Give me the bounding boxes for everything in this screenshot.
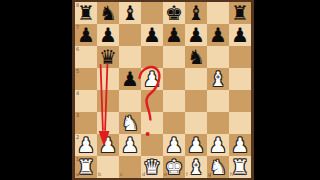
rank-label-5: 5 xyxy=(76,69,79,74)
square-f2[interactable]: ♟ xyxy=(185,134,207,156)
square-g7[interactable]: ♟ xyxy=(207,24,229,46)
square-d6[interactable] xyxy=(141,46,163,68)
square-g6[interactable] xyxy=(207,46,229,68)
square-d2[interactable] xyxy=(141,134,163,156)
square-h8[interactable]: ♜ xyxy=(229,2,251,24)
square-c7[interactable] xyxy=(119,24,141,46)
black-king: ♚ xyxy=(163,2,185,24)
file-label-g: g xyxy=(208,172,211,177)
white-knight: ♞ xyxy=(119,112,141,134)
square-a2[interactable]: 2♟ xyxy=(75,134,97,156)
black-bishop: ♝ xyxy=(185,2,207,24)
square-d5[interactable]: ♟ xyxy=(141,68,163,90)
square-g3[interactable] xyxy=(207,112,229,134)
square-h7[interactable]: ♟ xyxy=(229,24,251,46)
square-f7[interactable]: ♟ xyxy=(185,24,207,46)
square-h5[interactable] xyxy=(229,68,251,90)
black-pawn: ♟ xyxy=(207,24,229,46)
square-d1[interactable]: d♛ xyxy=(141,156,163,178)
square-f5[interactable] xyxy=(185,68,207,90)
square-a7[interactable]: 7♟ xyxy=(75,24,97,46)
square-a3[interactable]: 3 xyxy=(75,112,97,134)
square-b4[interactable] xyxy=(97,90,119,112)
square-d7[interactable]: ♟ xyxy=(141,24,163,46)
file-label-a: a xyxy=(76,172,79,177)
black-pawn: ♟ xyxy=(185,24,207,46)
black-pawn: ♟ xyxy=(97,24,119,46)
rank-label-1: 1 xyxy=(76,157,79,162)
file-label-c: c xyxy=(120,172,123,177)
square-g4[interactable] xyxy=(207,90,229,112)
square-b6[interactable]: ♛ xyxy=(97,46,119,68)
rank-label-8: 8 xyxy=(76,3,79,8)
square-f1[interactable]: f♝ xyxy=(185,156,207,178)
file-label-b: b xyxy=(98,172,101,177)
square-g8[interactable] xyxy=(207,2,229,24)
square-e6[interactable] xyxy=(163,46,185,68)
file-label-f: f xyxy=(186,172,188,177)
black-knight: ♞ xyxy=(97,2,119,24)
rank-label-3: 3 xyxy=(76,113,79,118)
chess-board-frame: 8♜♞♝♚♝♜7♟♟♟♟♟♟♟6♛♞5♟♟♝43♞2♟♟♟♟♟♟♟1a♜bcd♛… xyxy=(72,0,254,180)
black-rook: ♜ xyxy=(229,2,251,24)
square-c8[interactable]: ♝ xyxy=(119,2,141,24)
white-pawn: ♟ xyxy=(75,134,97,156)
square-a8[interactable]: 8♜ xyxy=(75,2,97,24)
square-g2[interactable]: ♟ xyxy=(207,134,229,156)
black-bishop: ♝ xyxy=(119,2,141,24)
file-label-e: e xyxy=(164,172,167,177)
square-b2[interactable]: ♟ xyxy=(97,134,119,156)
square-c6[interactable] xyxy=(119,46,141,68)
square-h6[interactable] xyxy=(229,46,251,68)
black-pawn: ♟ xyxy=(163,24,185,46)
square-e3[interactable] xyxy=(163,112,185,134)
square-g1[interactable]: g♞ xyxy=(207,156,229,178)
white-pawn: ♟ xyxy=(229,134,251,156)
square-g5[interactable]: ♝ xyxy=(207,68,229,90)
white-king: ♚ xyxy=(163,156,185,178)
square-f8[interactable]: ♝ xyxy=(185,2,207,24)
square-b1[interactable]: b xyxy=(97,156,119,178)
square-f6[interactable]: ♞ xyxy=(185,46,207,68)
white-pawn: ♟ xyxy=(185,134,207,156)
square-c3[interactable]: ♞ xyxy=(119,112,141,134)
square-b7[interactable]: ♟ xyxy=(97,24,119,46)
square-a1[interactable]: 1a♜ xyxy=(75,156,97,178)
square-h1[interactable]: h♜ xyxy=(229,156,251,178)
white-pawn: ♟ xyxy=(119,134,141,156)
square-f4[interactable] xyxy=(185,90,207,112)
white-pawn: ♟ xyxy=(163,134,185,156)
square-h3[interactable] xyxy=(229,112,251,134)
black-knight: ♞ xyxy=(185,46,207,68)
file-label-h: h xyxy=(230,172,233,177)
rank-label-4: 4 xyxy=(76,91,79,96)
square-a6[interactable]: 6 xyxy=(75,46,97,68)
square-a4[interactable]: 4 xyxy=(75,90,97,112)
rank-label-6: 6 xyxy=(76,47,79,52)
square-e1[interactable]: e♚ xyxy=(163,156,185,178)
white-pawn: ♟ xyxy=(141,68,163,90)
white-bishop: ♝ xyxy=(207,68,229,90)
square-e2[interactable]: ♟ xyxy=(163,134,185,156)
square-e4[interactable] xyxy=(163,90,185,112)
square-e8[interactable]: ♚ xyxy=(163,2,185,24)
white-pawn: ♟ xyxy=(97,134,119,156)
square-c5[interactable]: ♟ xyxy=(119,68,141,90)
black-pawn: ♟ xyxy=(119,68,141,90)
black-pawn: ♟ xyxy=(75,24,97,46)
black-queen: ♛ xyxy=(97,46,119,68)
chess-board: 8♜♞♝♚♝♜7♟♟♟♟♟♟♟6♛♞5♟♟♝43♞2♟♟♟♟♟♟♟1a♜bcd♛… xyxy=(75,2,251,178)
square-b3[interactable] xyxy=(97,112,119,134)
square-d8[interactable] xyxy=(141,2,163,24)
rank-label-7: 7 xyxy=(76,25,79,30)
black-rook: ♜ xyxy=(75,2,97,24)
white-bishop: ♝ xyxy=(185,156,207,178)
white-rook: ♜ xyxy=(75,156,97,178)
white-knight: ♞ xyxy=(207,156,229,178)
square-h2[interactable]: ♟ xyxy=(229,134,251,156)
black-pawn: ♟ xyxy=(229,24,251,46)
square-e5[interactable] xyxy=(163,68,185,90)
square-f3[interactable] xyxy=(185,112,207,134)
square-b5[interactable] xyxy=(97,68,119,90)
file-label-d: d xyxy=(142,172,145,177)
square-e7[interactable]: ♟ xyxy=(163,24,185,46)
black-pawn: ♟ xyxy=(141,24,163,46)
square-d4[interactable] xyxy=(141,90,163,112)
square-c1[interactable]: c xyxy=(119,156,141,178)
video-frame: 8♜♞♝♚♝♜7♟♟♟♟♟♟♟6♛♞5♟♟♝43♞2♟♟♟♟♟♟♟1a♜bcd♛… xyxy=(0,0,320,180)
white-rook: ♜ xyxy=(229,156,251,178)
square-c4[interactable] xyxy=(119,90,141,112)
white-queen: ♛ xyxy=(141,156,163,178)
white-pawn: ♟ xyxy=(207,134,229,156)
square-b8[interactable]: ♞ xyxy=(97,2,119,24)
square-c2[interactable]: ♟ xyxy=(119,134,141,156)
rank-label-2: 2 xyxy=(76,135,79,140)
square-h4[interactable] xyxy=(229,90,251,112)
square-d3[interactable] xyxy=(141,112,163,134)
square-a5[interactable]: 5 xyxy=(75,68,97,90)
